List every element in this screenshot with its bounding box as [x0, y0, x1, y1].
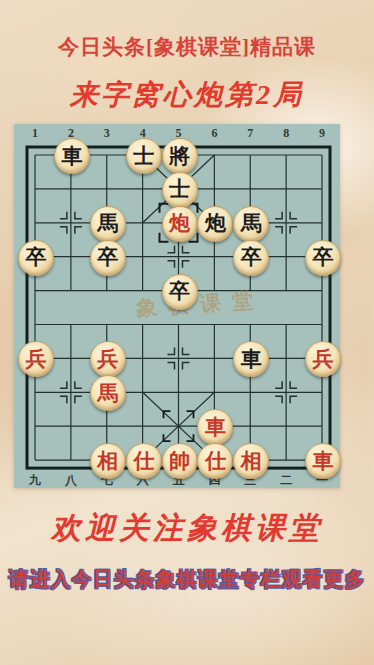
file-label-bottom: 九	[29, 472, 41, 489]
piece-black-horse[interactable]: 馬	[233, 206, 269, 242]
follow-call-to-action: 欢迎关注象棋课堂	[0, 508, 374, 549]
piece-black-rook[interactable]: 車	[54, 138, 90, 174]
piece-black-advisor[interactable]: 士	[162, 172, 198, 208]
piece-black-pawn[interactable]: 卒	[90, 240, 126, 276]
series-title: 今日头条[象棋课堂]精品课	[0, 33, 374, 61]
piece-black-horse[interactable]: 馬	[90, 206, 126, 242]
column-call-to-action: 请进入今日头条象棋课堂专栏观看更多	[0, 566, 374, 593]
piece-black-general[interactable]: 將	[162, 138, 198, 174]
piece-red-rook[interactable]: 車	[305, 443, 341, 479]
page: 今日头条[象棋课堂]精品课 来字窝心炮第2局 123456789 九八七六五四三…	[0, 0, 374, 665]
file-label-top: 3	[104, 126, 110, 141]
file-label-bottom: 八	[65, 472, 77, 489]
file-label-top: 6	[211, 126, 217, 141]
piece-black-pawn[interactable]: 卒	[305, 240, 341, 276]
file-label-bottom: 二	[280, 472, 292, 489]
lesson-title: 来字窝心炮第2局	[0, 76, 374, 114]
file-label-top: 7	[247, 126, 253, 141]
piece-black-pawn[interactable]: 卒	[162, 274, 198, 310]
piece-red-cannon[interactable]: 炮	[162, 206, 198, 242]
file-label-top: 8	[283, 126, 289, 141]
piece-black-cannon[interactable]: 炮	[197, 206, 233, 242]
file-label-top: 1	[32, 126, 38, 141]
piece-red-pawn[interactable]: 兵	[90, 341, 126, 377]
file-label-top: 9	[319, 126, 325, 141]
piece-red-elephant[interactable]: 相	[90, 443, 126, 479]
piece-black-advisor[interactable]: 士	[126, 138, 162, 174]
piece-red-horse[interactable]: 馬	[90, 375, 126, 411]
piece-red-general[interactable]: 帥	[162, 443, 198, 479]
piece-black-pawn[interactable]: 卒	[18, 240, 54, 276]
piece-black-pawn[interactable]: 卒	[233, 240, 269, 276]
xiangqi-board: 123456789 九八七六五四三二一 象棋课堂 車士將士馬炮炮馬卒卒卒卒卒兵兵…	[14, 124, 340, 488]
piece-red-advisor[interactable]: 仕	[126, 443, 162, 479]
